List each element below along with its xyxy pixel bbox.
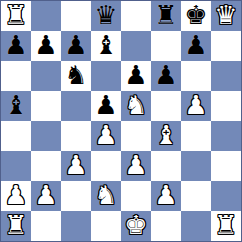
square-f1[interactable]: [151, 211, 181, 241]
square-d3[interactable]: [91, 151, 121, 181]
white-pawn-piece[interactable]: ♟: [94, 122, 117, 148]
square-a3[interactable]: [1, 151, 31, 181]
black-pawn-piece[interactable]: ♟: [154, 62, 177, 88]
white-knight-piece[interactable]: ♞: [94, 182, 117, 208]
black-pawn-piece[interactable]: ♟: [64, 32, 87, 58]
square-d4[interactable]: ♟: [91, 121, 121, 151]
square-c5[interactable]: [61, 91, 91, 121]
black-pawn-piece[interactable]: ♟: [34, 32, 57, 58]
square-g2[interactable]: [181, 181, 211, 211]
square-h6[interactable]: [211, 61, 241, 91]
white-pawn-piece[interactable]: ♟: [34, 182, 57, 208]
black-bishop-piece[interactable]: ♝: [94, 32, 117, 58]
square-a1[interactable]: ♜: [1, 211, 31, 241]
square-g3[interactable]: [181, 151, 211, 181]
square-a6[interactable]: [1, 61, 31, 91]
square-c3[interactable]: ♟: [61, 151, 91, 181]
square-e5[interactable]: ♞: [121, 91, 151, 121]
square-b4[interactable]: [31, 121, 61, 151]
square-d5[interactable]: ♟: [91, 91, 121, 121]
square-b2[interactable]: ♟: [31, 181, 61, 211]
square-d8[interactable]: ♛: [91, 1, 121, 31]
square-e8[interactable]: [121, 1, 151, 31]
black-pawn-piece[interactable]: ♟: [4, 32, 27, 58]
white-pawn-piece[interactable]: ♟: [64, 152, 87, 178]
square-a4[interactable]: [1, 121, 31, 151]
white-knight-piece[interactable]: ♞: [124, 92, 147, 118]
square-c6[interactable]: ♞: [61, 61, 91, 91]
black-king-piece[interactable]: ♚: [184, 2, 207, 28]
square-b6[interactable]: [31, 61, 61, 91]
square-g1[interactable]: [181, 211, 211, 241]
square-e6[interactable]: ♟: [121, 61, 151, 91]
square-h3[interactable]: [211, 151, 241, 181]
white-queen-piece[interactable]: ♛: [214, 2, 237, 28]
square-e1[interactable]: ♚: [121, 211, 151, 241]
square-c1[interactable]: [61, 211, 91, 241]
square-h4[interactable]: [211, 121, 241, 151]
white-rook-piece[interactable]: ♜: [214, 212, 237, 238]
square-f8[interactable]: ♜: [151, 1, 181, 31]
white-pawn-piece[interactable]: ♟: [124, 152, 147, 178]
square-f2[interactable]: ♟: [151, 181, 181, 211]
square-f7[interactable]: [151, 31, 181, 61]
square-d2[interactable]: ♞: [91, 181, 121, 211]
square-e3[interactable]: ♟: [121, 151, 151, 181]
square-f3[interactable]: [151, 151, 181, 181]
square-b8[interactable]: [31, 1, 61, 31]
square-d1[interactable]: [91, 211, 121, 241]
square-g5[interactable]: ♟: [181, 91, 211, 121]
square-h7[interactable]: [211, 31, 241, 61]
white-pawn-piece[interactable]: ♟: [184, 92, 207, 118]
black-pawn-piece[interactable]: ♟: [94, 92, 117, 118]
square-e7[interactable]: [121, 31, 151, 61]
square-a8[interactable]: ♜: [1, 1, 31, 31]
square-g8[interactable]: ♚: [181, 1, 211, 31]
black-pawn-piece[interactable]: ♟: [124, 62, 147, 88]
chess-board: ♜♛♜♚♛♟♟♟♝♟♞♟♟♝♟♞♟♟♝♟♟♟♟♞♟♜♚♜: [0, 0, 242, 242]
white-pawn-piece[interactable]: ♟: [4, 182, 27, 208]
white-bishop-piece[interactable]: ♝: [154, 122, 177, 148]
black-queen-piece[interactable]: ♛: [94, 2, 117, 28]
square-b3[interactable]: [31, 151, 61, 181]
square-b5[interactable]: [31, 91, 61, 121]
white-king-piece[interactable]: ♚: [124, 212, 147, 238]
white-pawn-piece[interactable]: ♟: [154, 182, 177, 208]
white-rook-piece[interactable]: ♜: [4, 2, 27, 28]
black-bishop-piece[interactable]: ♝: [4, 92, 27, 118]
square-c8[interactable]: [61, 1, 91, 31]
square-a5[interactable]: ♝: [1, 91, 31, 121]
square-g4[interactable]: [181, 121, 211, 151]
square-d6[interactable]: [91, 61, 121, 91]
square-h2[interactable]: [211, 181, 241, 211]
square-a7[interactable]: ♟: [1, 31, 31, 61]
square-e4[interactable]: [121, 121, 151, 151]
square-c2[interactable]: [61, 181, 91, 211]
square-g7[interactable]: ♟: [181, 31, 211, 61]
square-g6[interactable]: [181, 61, 211, 91]
square-h5[interactable]: [211, 91, 241, 121]
black-pawn-piece[interactable]: ♟: [184, 32, 207, 58]
white-rook-piece[interactable]: ♜: [4, 212, 27, 238]
square-d7[interactable]: ♝: [91, 31, 121, 61]
square-c4[interactable]: [61, 121, 91, 151]
square-a2[interactable]: ♟: [1, 181, 31, 211]
black-rook-piece[interactable]: ♜: [154, 2, 177, 28]
square-h8[interactable]: ♛: [211, 1, 241, 31]
square-f4[interactable]: ♝: [151, 121, 181, 151]
square-e2[interactable]: [121, 181, 151, 211]
square-h1[interactable]: ♜: [211, 211, 241, 241]
square-f5[interactable]: [151, 91, 181, 121]
square-c7[interactable]: ♟: [61, 31, 91, 61]
square-b7[interactable]: ♟: [31, 31, 61, 61]
square-b1[interactable]: [31, 211, 61, 241]
black-knight-piece[interactable]: ♞: [64, 62, 87, 88]
square-f6[interactable]: ♟: [151, 61, 181, 91]
